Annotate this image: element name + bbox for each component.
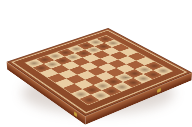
piece-glyph: ♟ xyxy=(33,51,49,69)
brass-clasp-right xyxy=(157,88,161,93)
piece-glyph: ♜ xyxy=(78,76,100,101)
brass-clasp-left xyxy=(74,111,77,117)
photo-background: ♜♞♝♛♚♝♞♜♟♟♟♟♟♟♟♟♟♟♟♟♟♟♟♟♜♞♝♛♚♝♞♜ xyxy=(0,0,192,127)
